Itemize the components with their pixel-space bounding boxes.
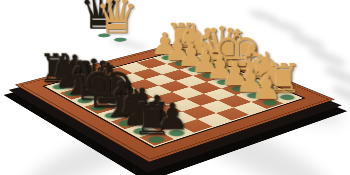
chess-board: ♜♞♝♛♚♝♞♜♟♟♟♟♟♟♟♟♟♟♟♟♟♟♟♟♜♞♝♛♚♝♞♜♛♛	[15, 40, 335, 163]
chess-set-photo: ♜♞♝♛♚♝♞♜♟♟♟♟♟♟♟♟♟♟♟♟♟♟♟♟♜♞♝♛♚♝♞♜♛♛	[0, 0, 350, 175]
piece-glyph: ♜	[118, 96, 185, 141]
piece-glyph: ♛	[91, 0, 143, 41]
piece-glyph: ♟	[236, 70, 298, 104]
